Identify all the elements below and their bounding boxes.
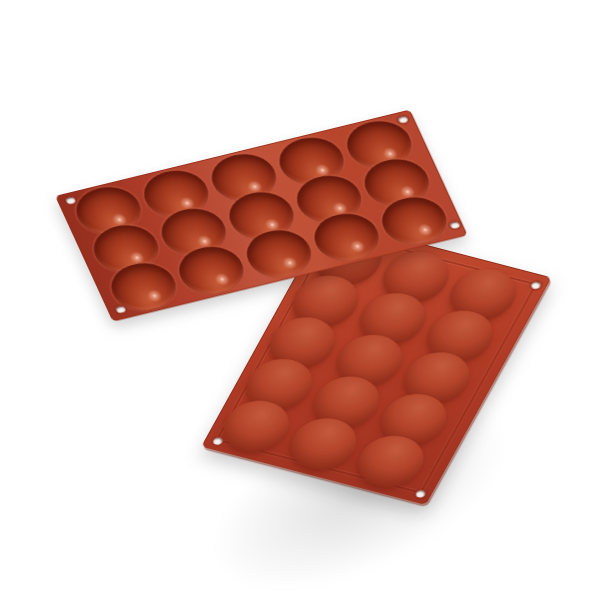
corner-hole [212, 437, 224, 446]
corner-hole [397, 115, 409, 123]
corner-hole [65, 196, 77, 204]
corner-hole [115, 305, 127, 313]
corner-hole [530, 281, 542, 290]
product-photo [0, 0, 610, 610]
corner-hole [414, 489, 426, 498]
corner-hole [449, 221, 461, 229]
cavity-grid [56, 111, 409, 197]
